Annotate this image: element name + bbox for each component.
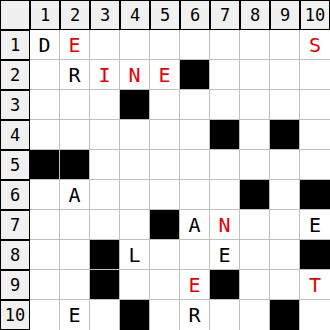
cell-r6c5[interactable] [150,180,180,210]
cell-r2c2[interactable]: R [60,60,90,90]
cell-r7c7[interactable]: N [210,210,240,240]
crossword-board: 123456789101DES2RINE3456A7ANE8LE9ET10ER [0,0,330,330]
cell-r8c2[interactable] [60,240,90,270]
cell-r5c10[interactable] [300,150,330,180]
cell-r9c1[interactable] [30,270,60,300]
cell-r2c1[interactable] [30,60,60,90]
cell-r6c9[interactable] [270,180,300,210]
cell-r2c5[interactable]: E [150,60,180,90]
cell-r5c8[interactable] [240,150,270,180]
cell-r7c8[interactable] [240,210,270,240]
cell-r3c2[interactable] [60,90,90,120]
col-header-9: 9 [270,0,300,30]
col-header-6: 6 [180,0,210,30]
row-header-6: 6 [0,180,30,210]
cell-r1c2[interactable]: E [60,30,90,60]
cell-r4c4[interactable] [120,120,150,150]
cell-r2c3[interactable]: I [90,60,120,90]
cell-r5c9[interactable] [270,150,300,180]
cell-r7c9[interactable] [270,210,300,240]
cell-r5c2 [60,150,90,180]
col-header-2: 2 [60,0,90,30]
cell-r3c9[interactable] [270,90,300,120]
cell-r6c8 [240,180,270,210]
cell-r1c9[interactable] [270,30,300,60]
cell-r5c5[interactable] [150,150,180,180]
cell-r10c10[interactable] [300,300,330,330]
cell-r9c5[interactable] [150,270,180,300]
cell-r1c8[interactable] [240,30,270,60]
cell-r5c4[interactable] [120,150,150,180]
cell-r2c7[interactable] [210,60,240,90]
cell-r10c7[interactable] [210,300,240,330]
cell-r3c6[interactable] [180,90,210,120]
cell-r4c5[interactable] [150,120,180,150]
cell-r7c4[interactable] [120,210,150,240]
cell-r8c1[interactable] [30,240,60,270]
cell-r3c5[interactable] [150,90,180,120]
corner-cell [0,0,30,30]
cell-r7c5 [150,210,180,240]
cell-r3c4 [120,90,150,120]
cell-r3c1[interactable] [30,90,60,120]
cell-r10c3[interactable] [90,300,120,330]
cell-r9c4[interactable] [120,270,150,300]
cell-r4c1[interactable] [30,120,60,150]
row-header-10: 10 [0,300,30,330]
cell-r8c8[interactable] [240,240,270,270]
cell-r8c7[interactable]: E [210,240,240,270]
row-header-4: 4 [0,120,30,150]
row-header-5: 5 [0,150,30,180]
cell-r8c10 [300,240,330,270]
row-header-9: 9 [0,270,30,300]
cell-r6c6[interactable] [180,180,210,210]
cell-r4c6[interactable] [180,120,210,150]
cell-r8c4[interactable]: L [120,240,150,270]
col-header-5: 5 [150,0,180,30]
cell-r6c1[interactable] [30,180,60,210]
row-header-3: 3 [0,90,30,120]
cell-r5c7[interactable] [210,150,240,180]
cell-r4c10[interactable] [300,120,330,150]
cell-r10c2[interactable]: E [60,300,90,330]
cell-r4c7 [210,120,240,150]
cell-r2c9[interactable] [270,60,300,90]
cell-r4c3[interactable] [90,120,120,150]
row-header-2: 2 [0,60,30,90]
cell-r1c3[interactable] [90,30,120,60]
row-header-1: 1 [0,30,30,60]
cell-r9c10[interactable]: T [300,270,330,300]
cell-r3c8[interactable] [240,90,270,120]
cell-r2c4[interactable]: N [120,60,150,90]
cell-r10c1[interactable] [30,300,60,330]
cell-r6c2[interactable]: A [60,180,90,210]
cell-r9c7 [210,270,240,300]
col-header-1: 1 [30,0,60,30]
col-header-7: 7 [210,0,240,30]
cell-r5c6[interactable] [180,150,210,180]
cell-r5c3[interactable] [90,150,120,180]
col-header-3: 3 [90,0,120,30]
cell-r8c6[interactable] [180,240,210,270]
cell-r9c2[interactable] [60,270,90,300]
cell-r1c4[interactable] [120,30,150,60]
cell-r7c6[interactable]: A [180,210,210,240]
cell-r3c7[interactable] [210,90,240,120]
cell-r6c7[interactable] [210,180,240,210]
row-header-7: 7 [0,210,30,240]
cell-r1c1[interactable]: D [30,30,60,60]
cell-r1c10[interactable]: S [300,30,330,60]
cell-r1c5[interactable] [150,30,180,60]
cell-r3c3[interactable] [90,90,120,120]
cell-r6c4[interactable] [120,180,150,210]
cell-r7c10[interactable]: E [300,210,330,240]
cell-r4c9 [270,120,300,150]
cell-r10c8[interactable] [240,300,270,330]
cell-r2c6 [180,60,210,90]
cell-r9c3 [90,270,120,300]
cell-r10c4 [120,300,150,330]
col-header-8: 8 [240,0,270,30]
cell-r8c3 [90,240,120,270]
cell-r10c5[interactable] [150,300,180,330]
cell-r9c8[interactable] [240,270,270,300]
cell-r4c8[interactable] [240,120,270,150]
cell-r2c8[interactable] [240,60,270,90]
cell-r6c10 [300,180,330,210]
cell-r7c2[interactable] [60,210,90,240]
cell-r3c10[interactable] [300,90,330,120]
row-header-8: 8 [0,240,30,270]
col-header-4: 4 [120,0,150,30]
cell-r8c9[interactable] [270,240,300,270]
cell-r10c6[interactable]: R [180,300,210,330]
cell-r7c1[interactable] [30,210,60,240]
cell-r7c3[interactable] [90,210,120,240]
cell-r2c10[interactable] [300,60,330,90]
cell-r9c6[interactable]: E [180,270,210,300]
cell-r6c3[interactable] [90,180,120,210]
cell-r8c5[interactable] [150,240,180,270]
cell-r1c6[interactable] [180,30,210,60]
cell-r4c2[interactable] [60,120,90,150]
col-header-10: 10 [300,0,330,30]
cell-r10c9 [270,300,300,330]
cell-r5c1 [30,150,60,180]
cell-r1c7[interactable] [210,30,240,60]
cell-r9c9[interactable] [270,270,300,300]
